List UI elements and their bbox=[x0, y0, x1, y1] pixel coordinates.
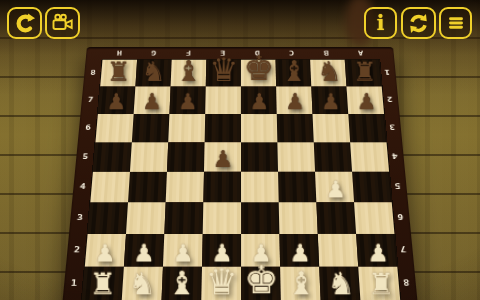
square-h1[interactable]: ♜ bbox=[358, 267, 400, 300]
piece-black-queen-d8[interactable]: ♛ bbox=[209, 53, 238, 85]
rotate-button[interactable] bbox=[401, 7, 436, 39]
coord-label: 3 bbox=[71, 201, 88, 233]
chessboard: HGFEDCBA ABCDEFGH 87654321 12345678 ♜♞♝♛… bbox=[61, 47, 419, 300]
square-f6[interactable] bbox=[277, 114, 314, 142]
square-g3[interactable] bbox=[316, 202, 356, 234]
coord-label: 3 bbox=[384, 113, 400, 141]
coord-label: 1 bbox=[65, 266, 83, 300]
piece-black-knight-g8[interactable]: ♞ bbox=[317, 58, 342, 86]
square-b8[interactable]: ♞ bbox=[135, 60, 171, 87]
piece-black-bishop-c8[interactable]: ♝ bbox=[175, 57, 201, 86]
piece-black-rook-h8[interactable]: ♜ bbox=[352, 59, 376, 86]
square-e3[interactable] bbox=[241, 202, 279, 234]
restart-button[interactable] bbox=[7, 7, 42, 39]
square-a1[interactable]: ♜ bbox=[82, 267, 124, 300]
info-icon: i bbox=[377, 13, 385, 33]
piece-black-pawn-f7[interactable]: ♟ bbox=[285, 91, 305, 113]
square-a4[interactable] bbox=[90, 172, 130, 202]
piece-white-pawn-a2[interactable]: ♟ bbox=[94, 241, 116, 265]
square-h5[interactable] bbox=[350, 142, 389, 171]
coord-label: 2 bbox=[68, 233, 86, 266]
piece-white-rook-a1[interactable]: ♜ bbox=[88, 270, 115, 300]
square-f5[interactable] bbox=[277, 142, 315, 171]
square-e7[interactable]: ♟ bbox=[241, 86, 277, 114]
coord-label: 6 bbox=[80, 113, 96, 141]
square-c3[interactable] bbox=[164, 202, 203, 234]
piece-black-bishop-f8[interactable]: ♝ bbox=[281, 57, 307, 86]
square-a8[interactable]: ♜ bbox=[100, 60, 137, 87]
square-b3[interactable] bbox=[126, 202, 166, 234]
square-g4[interactable]: ♟ bbox=[315, 172, 354, 202]
piece-white-pawn-f2[interactable]: ♟ bbox=[289, 241, 311, 265]
square-b1[interactable]: ♞ bbox=[122, 267, 163, 300]
square-c6[interactable] bbox=[168, 114, 205, 142]
square-d8[interactable]: ♛ bbox=[206, 60, 241, 87]
square-c1[interactable]: ♝ bbox=[161, 267, 201, 300]
coord-label: 4 bbox=[74, 171, 91, 201]
square-d7[interactable] bbox=[205, 86, 241, 114]
square-a3[interactable] bbox=[88, 202, 128, 234]
piece-black-pawn-b7[interactable]: ♟ bbox=[142, 91, 162, 113]
square-c7[interactable]: ♟ bbox=[169, 86, 205, 114]
coord-label: 2 bbox=[382, 86, 398, 113]
rotate-refresh-icon bbox=[407, 12, 430, 35]
square-a7[interactable]: ♟ bbox=[98, 86, 136, 114]
info-button[interactable]: i bbox=[364, 7, 397, 39]
coord-label: 5 bbox=[77, 142, 94, 171]
square-e6[interactable] bbox=[241, 114, 277, 142]
square-h6[interactable] bbox=[348, 114, 386, 142]
square-f8[interactable]: ♝ bbox=[276, 60, 312, 87]
square-d6[interactable] bbox=[205, 114, 241, 142]
piece-white-knight-b1[interactable]: ♞ bbox=[128, 269, 156, 300]
square-b6[interactable] bbox=[132, 114, 170, 142]
square-g5[interactable] bbox=[314, 142, 352, 171]
piece-black-pawn-c7[interactable]: ♟ bbox=[177, 91, 197, 113]
square-h2[interactable]: ♟ bbox=[356, 234, 397, 267]
piece-black-pawn-h7[interactable]: ♟ bbox=[356, 91, 376, 113]
video-camera-icon bbox=[51, 12, 74, 35]
square-g8[interactable]: ♞ bbox=[310, 60, 346, 87]
piece-black-pawn-a7[interactable]: ♟ bbox=[106, 91, 126, 113]
piece-black-pawn-g7[interactable]: ♟ bbox=[320, 91, 340, 113]
square-b5[interactable] bbox=[130, 142, 168, 171]
piece-white-pawn-c2[interactable]: ♟ bbox=[172, 241, 194, 265]
square-a6[interactable] bbox=[95, 114, 133, 142]
square-e1[interactable]: ♚ bbox=[241, 267, 281, 300]
square-c5[interactable] bbox=[167, 142, 205, 171]
square-b7[interactable]: ♟ bbox=[134, 86, 171, 114]
square-b2[interactable]: ♟ bbox=[124, 234, 164, 267]
square-f7[interactable]: ♟ bbox=[276, 86, 312, 114]
square-g1[interactable]: ♞ bbox=[319, 267, 360, 300]
square-c2[interactable]: ♟ bbox=[163, 234, 203, 267]
square-c4[interactable] bbox=[166, 172, 204, 202]
piece-white-knight-g1[interactable]: ♞ bbox=[327, 269, 355, 300]
square-f1[interactable]: ♝ bbox=[280, 267, 321, 300]
square-h7[interactable]: ♟ bbox=[346, 86, 384, 114]
piece-white-bishop-f1[interactable]: ♝ bbox=[286, 267, 315, 299]
piece-black-king-e8[interactable]: ♚ bbox=[243, 51, 274, 85]
piece-white-queen-d1[interactable]: ♛ bbox=[205, 263, 238, 300]
square-a5[interactable] bbox=[93, 142, 132, 171]
square-g6[interactable] bbox=[313, 114, 351, 142]
square-d5[interactable]: ♟ bbox=[204, 142, 241, 171]
board-frame: HGFEDCBA ABCDEFGH 87654321 12345678 ♜♞♝♛… bbox=[61, 47, 419, 300]
piece-white-king-e1[interactable]: ♚ bbox=[244, 261, 279, 300]
coord-label: 7 bbox=[82, 86, 98, 113]
piece-black-knight-b8[interactable]: ♞ bbox=[141, 58, 166, 86]
menu-button[interactable] bbox=[439, 7, 472, 39]
restart-arrow-icon bbox=[13, 12, 36, 35]
square-f4[interactable] bbox=[278, 172, 316, 202]
square-d1[interactable]: ♛ bbox=[201, 267, 241, 300]
piece-black-pawn-d5[interactable]: ♟ bbox=[212, 148, 233, 171]
square-g7[interactable]: ♟ bbox=[311, 86, 348, 114]
square-e4[interactable] bbox=[241, 172, 279, 202]
piece-white-pawn-h2[interactable]: ♟ bbox=[367, 241, 389, 265]
square-h4[interactable] bbox=[352, 172, 392, 202]
square-d3[interactable] bbox=[203, 202, 241, 234]
piece-white-pawn-b2[interactable]: ♟ bbox=[133, 241, 155, 265]
camera-button[interactable] bbox=[45, 7, 80, 39]
square-f3[interactable] bbox=[279, 202, 318, 234]
coord-label: 8 bbox=[85, 59, 101, 86]
square-c8[interactable]: ♝ bbox=[171, 60, 207, 87]
piece-white-bishop-c1[interactable]: ♝ bbox=[167, 267, 196, 299]
board-squares: ♜♞♝♛♚♝♞♜♟♟♟♟♟♟♟♟♟♟♟♟♟♟♟♟♜♞♝♛♚♝♞♜ bbox=[81, 59, 402, 300]
square-f2[interactable]: ♟ bbox=[279, 234, 319, 267]
game-screen: i HGFEDCBA ABCDEFGH 87654321 12345678 ♜♞… bbox=[0, 0, 480, 300]
square-e8[interactable]: ♚ bbox=[241, 60, 276, 87]
square-h3[interactable] bbox=[354, 202, 394, 234]
piece-white-pawn-g4[interactable]: ♟ bbox=[325, 178, 346, 201]
square-g2[interactable] bbox=[318, 234, 358, 267]
square-d4[interactable] bbox=[203, 172, 241, 202]
piece-black-pawn-e7[interactable]: ♟ bbox=[249, 91, 269, 113]
square-h8[interactable]: ♜ bbox=[345, 60, 382, 87]
coord-label: 1 bbox=[379, 59, 395, 86]
square-e5[interactable] bbox=[241, 142, 278, 171]
hamburger-menu-icon bbox=[445, 12, 467, 34]
piece-white-rook-h1[interactable]: ♜ bbox=[367, 270, 394, 300]
piece-black-rook-a8[interactable]: ♜ bbox=[106, 59, 130, 86]
square-b4[interactable] bbox=[128, 172, 167, 202]
square-a2[interactable]: ♟ bbox=[85, 234, 126, 267]
coord-label: 4 bbox=[386, 142, 403, 171]
